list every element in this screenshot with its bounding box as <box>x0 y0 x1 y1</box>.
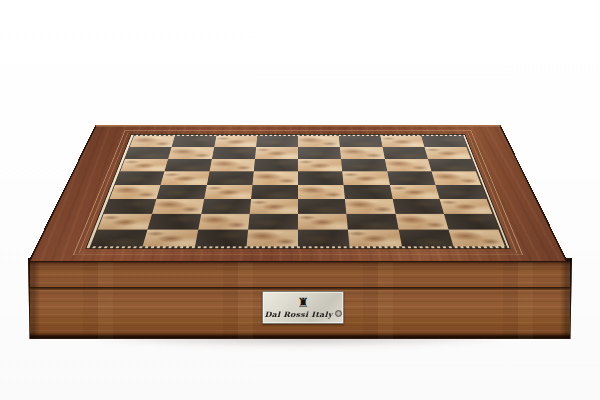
square-g2 <box>395 214 448 230</box>
square-e3 <box>298 199 347 214</box>
brand-seal-icon <box>335 310 342 317</box>
square-e1 <box>298 230 350 247</box>
lid-seam <box>29 287 571 290</box>
square-d2 <box>248 214 298 230</box>
board-grid <box>91 136 505 247</box>
square-f4 <box>344 185 392 199</box>
square-h3 <box>439 199 492 214</box>
square-e2 <box>298 214 348 230</box>
square-b8 <box>172 136 216 147</box>
square-f2 <box>347 214 399 230</box>
square-a4 <box>110 185 161 199</box>
chess-box-product-photo: ♜ Dal Rossi Italy <box>0 0 600 400</box>
square-h1 <box>448 230 505 247</box>
square-a5 <box>115 171 165 184</box>
square-a2 <box>98 214 153 230</box>
square-g3 <box>392 199 443 214</box>
square-d3 <box>249 199 298 214</box>
square-f3 <box>345 199 395 214</box>
square-g5 <box>387 171 435 184</box>
square-e5 <box>298 171 344 184</box>
square-g6 <box>384 159 431 172</box>
square-c3 <box>201 199 251 214</box>
square-h6 <box>428 159 476 172</box>
box-lid-top <box>28 125 568 262</box>
square-f8 <box>339 136 382 147</box>
square-b7 <box>168 147 214 159</box>
square-h2 <box>444 214 499 230</box>
square-d6 <box>254 159 298 172</box>
square-f7 <box>340 147 384 159</box>
square-e7 <box>298 147 341 159</box>
square-d4 <box>251 185 298 199</box>
square-c5 <box>207 171 254 184</box>
brand-plaque: ♜ Dal Rossi Italy <box>262 291 344 324</box>
square-a1 <box>91 230 148 247</box>
square-b1 <box>143 230 198 247</box>
square-c8 <box>214 136 257 147</box>
brand-row: Dal Rossi Italy <box>264 309 341 319</box>
chess-piece-icon: ♜ <box>297 297 309 308</box>
square-c2 <box>198 214 250 230</box>
square-g8 <box>380 136 424 147</box>
square-e8 <box>298 136 340 147</box>
square-a8 <box>130 136 175 147</box>
square-g7 <box>382 147 428 159</box>
square-h8 <box>421 136 466 147</box>
square-a7 <box>125 147 172 159</box>
square-a3 <box>104 199 157 214</box>
square-h7 <box>424 147 471 159</box>
square-b5 <box>161 171 209 184</box>
square-c7 <box>212 147 256 159</box>
square-b2 <box>148 214 201 230</box>
square-d5 <box>252 171 298 184</box>
square-f1 <box>348 230 401 247</box>
square-e6 <box>298 159 342 172</box>
square-h4 <box>435 185 486 199</box>
square-f5 <box>342 171 389 184</box>
square-g1 <box>398 230 453 247</box>
brand-text: Dal Rossi Italy <box>264 309 332 318</box>
square-e4 <box>298 185 345 199</box>
square-b3 <box>152 199 203 214</box>
square-h5 <box>431 171 481 184</box>
square-c4 <box>204 185 252 199</box>
square-g4 <box>389 185 439 199</box>
square-d1 <box>246 230 298 247</box>
square-a6 <box>120 159 168 172</box>
rope-inlay-border <box>85 134 511 249</box>
square-d7 <box>255 147 298 159</box>
square-f6 <box>341 159 387 172</box>
square-d8 <box>256 136 298 147</box>
square-b6 <box>165 159 212 172</box>
square-b4 <box>157 185 207 199</box>
square-c1 <box>195 230 248 247</box>
square-c6 <box>209 159 255 172</box>
box-front-face: ♜ Dal Rossi Italy <box>28 258 572 339</box>
